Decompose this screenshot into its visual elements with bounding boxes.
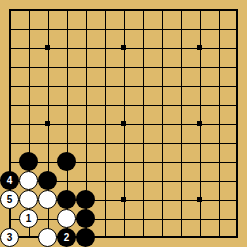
- move-number-label: 2: [64, 233, 70, 243]
- stone-black: [76, 209, 95, 228]
- stone-white: 1: [19, 209, 38, 228]
- stone-black: 4: [0, 171, 19, 190]
- stone-white: [38, 228, 57, 247]
- move-number-label: 5: [7, 195, 13, 205]
- stone-black: [19, 152, 38, 171]
- stone-black: [57, 190, 76, 209]
- move-number-label: 4: [7, 176, 13, 186]
- move-number-label: 3: [7, 233, 13, 243]
- move-number-label: 1: [26, 214, 32, 224]
- stone-black: [76, 190, 95, 209]
- stone-white: [38, 190, 57, 209]
- stone-white: [19, 171, 38, 190]
- stone-black: [57, 152, 76, 171]
- board-intersections[interactable]: 45132: [0, 0, 247, 247]
- stone-black: 2: [57, 228, 76, 247]
- stone-black: [38, 171, 57, 190]
- stone-white: [57, 209, 76, 228]
- stone-white: [19, 190, 38, 209]
- stone-white: 5: [0, 190, 19, 209]
- stone-black: [76, 228, 95, 247]
- stone-white: 3: [0, 228, 19, 247]
- go-board-diagram: 45132: [0, 0, 247, 247]
